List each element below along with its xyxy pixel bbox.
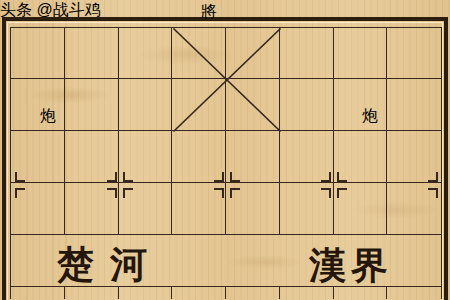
piece-char-cannon: 炮 bbox=[40, 107, 56, 124]
piece-char-cannon: 炮 bbox=[362, 107, 378, 124]
piece-black-cannon-left[interactable]: 炮 bbox=[40, 106, 90, 156]
board-cell bbox=[65, 287, 119, 299]
board-cell bbox=[11, 28, 65, 79]
point-marker-i7 bbox=[427, 171, 450, 197]
board-cell bbox=[119, 79, 173, 131]
board-cell bbox=[119, 28, 173, 79]
piece-face: 炮 bbox=[362, 106, 412, 127]
board-cell bbox=[172, 287, 226, 299]
board-cell bbox=[280, 287, 334, 299]
point-marker-c7 bbox=[106, 171, 132, 197]
piece-face: 炮 bbox=[40, 106, 90, 127]
board-cell bbox=[65, 28, 119, 79]
piece-char-general: 將 bbox=[201, 3, 217, 20]
board-cell bbox=[280, 28, 334, 79]
river-label-han-jie: 漢界 bbox=[309, 246, 393, 286]
point-marker-a7 bbox=[0, 171, 24, 197]
board-cell bbox=[387, 28, 441, 79]
river-label-chu-he: 楚河 bbox=[57, 245, 163, 285]
point-marker-e7 bbox=[213, 171, 239, 197]
xiangqi-board[interactable]: 楚河 漢界 將 炮 炮 头条 @战斗鸡 bbox=[0, 0, 450, 300]
board-cell bbox=[387, 287, 441, 299]
board-cell bbox=[334, 28, 388, 79]
board-cell bbox=[226, 287, 280, 299]
piece-black-general[interactable]: 將 bbox=[201, 2, 251, 52]
point-marker-g7 bbox=[320, 171, 346, 197]
piece-black-cannon-right[interactable]: 炮 bbox=[362, 106, 412, 156]
board-cell bbox=[119, 287, 173, 299]
piece-face: 將 bbox=[201, 2, 251, 23]
board-cell bbox=[11, 287, 65, 299]
board-cell bbox=[280, 79, 334, 131]
board-cell bbox=[334, 287, 388, 299]
